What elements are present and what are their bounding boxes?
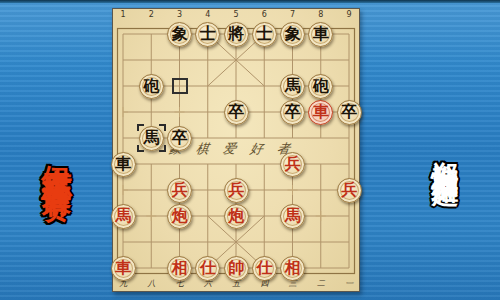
file-number-label: 7	[279, 10, 307, 19]
cell-r5-c3[interactable]	[166, 151, 194, 177]
red-piece-馬[interactable]: 馬	[111, 204, 136, 229]
cell-r7-c2[interactable]	[137, 203, 165, 229]
cell-r3-c8[interactable]: 車	[307, 99, 335, 125]
cell-r8-c3[interactable]	[166, 229, 194, 255]
cell-r5-c4[interactable]	[194, 151, 222, 177]
cell-r4-c8[interactable]	[307, 125, 335, 151]
last-move-from-marker	[172, 78, 188, 94]
piece-grid: 象士將士象車砲馬砲卒卒車卒馬卒車兵兵兵兵馬炮炮馬車相仕帥仕相	[109, 21, 363, 281]
red-piece-炮[interactable]: 炮	[224, 204, 249, 229]
cell-r0-c7[interactable]: 象	[279, 21, 307, 47]
cell-r9-c4[interactable]: 仕	[194, 255, 222, 281]
black-piece-車[interactable]: 車	[111, 152, 136, 177]
cell-r8-c4[interactable]	[194, 229, 222, 255]
right-banner: 郑惟桐对郝继超	[390, 0, 500, 300]
cell-r8-c9[interactable]	[335, 229, 363, 255]
cell-r6-c2[interactable]	[137, 177, 165, 203]
cell-r1-c8[interactable]	[307, 47, 335, 73]
file-number-label: 8	[307, 10, 335, 19]
cell-r5-c8[interactable]	[307, 151, 335, 177]
cell-r7-c6[interactable]	[250, 203, 278, 229]
cell-r9-c8[interactable]	[307, 255, 335, 281]
cell-r0-c8[interactable]: 車	[307, 21, 335, 47]
file-number-label: 9	[335, 10, 363, 19]
cell-r9-c5[interactable]: 帥	[222, 255, 250, 281]
cell-r1-c4[interactable]	[194, 47, 222, 73]
cell-r1-c6[interactable]	[250, 47, 278, 73]
cell-r0-c4[interactable]: 士	[194, 21, 222, 47]
cell-r4-c6[interactable]	[250, 125, 278, 151]
cell-r3-c7[interactable]: 卒	[279, 99, 307, 125]
cell-r3-c3[interactable]	[166, 99, 194, 125]
cell-r5-c9[interactable]	[335, 151, 363, 177]
cell-r4-c4[interactable]	[194, 125, 222, 151]
cell-r3-c4[interactable]	[194, 99, 222, 125]
xiangqi-board: 123456789 九八七六五四三二一 象棋爱好者 象士將士象車砲馬砲卒卒車卒馬…	[112, 8, 360, 292]
cell-r0-c9[interactable]	[335, 21, 363, 47]
red-piece-兵[interactable]: 兵	[337, 178, 362, 203]
cell-r1-c9[interactable]	[335, 47, 363, 73]
cell-r7-c1[interactable]: 馬	[109, 203, 137, 229]
cell-r9-c3[interactable]: 相	[166, 255, 194, 281]
black-piece-卒[interactable]: 卒	[224, 100, 249, 125]
black-piece-士[interactable]: 士	[252, 22, 277, 47]
black-piece-砲[interactable]: 砲	[139, 74, 164, 99]
red-piece-相[interactable]: 相	[167, 256, 192, 281]
cell-r8-c1[interactable]	[109, 229, 137, 255]
cell-r8-c6[interactable]	[250, 229, 278, 255]
cell-r6-c4[interactable]	[194, 177, 222, 203]
red-piece-相[interactable]: 相	[280, 256, 305, 281]
black-piece-士[interactable]: 士	[195, 22, 220, 47]
cell-r8-c7[interactable]	[279, 229, 307, 255]
cell-r9-c6[interactable]: 仕	[250, 255, 278, 281]
cell-r3-c6[interactable]	[250, 99, 278, 125]
cell-r7-c4[interactable]	[194, 203, 222, 229]
cell-r0-c5[interactable]: 將	[222, 21, 250, 47]
cell-r5-c7[interactable]: 兵	[279, 151, 307, 177]
black-piece-卒[interactable]: 卒	[337, 100, 362, 125]
cell-r6-c7[interactable]	[279, 177, 307, 203]
cell-r2-c7[interactable]: 馬	[279, 73, 307, 99]
cell-r9-c2[interactable]	[137, 255, 165, 281]
black-piece-卒[interactable]: 卒	[167, 126, 192, 151]
cell-r1-c7[interactable]	[279, 47, 307, 73]
cell-r1-c5[interactable]	[222, 47, 250, 73]
cell-r7-c3[interactable]: 炮	[166, 203, 194, 229]
cell-r2-c6[interactable]	[250, 73, 278, 99]
cell-r0-c3[interactable]: 象	[166, 21, 194, 47]
cell-r2-c5[interactable]	[222, 73, 250, 99]
cell-r9-c9[interactable]	[335, 255, 363, 281]
cell-r7-c7[interactable]: 馬	[279, 203, 307, 229]
file-number-label: 5	[222, 10, 250, 19]
cell-r2-c1[interactable]	[109, 73, 137, 99]
red-piece-炮[interactable]: 炮	[167, 204, 192, 229]
cell-r5-c6[interactable]	[250, 151, 278, 177]
cell-r7-c9[interactable]	[335, 203, 363, 229]
red-piece-兵[interactable]: 兵	[167, 178, 192, 203]
cell-r8-c2[interactable]	[137, 229, 165, 255]
cell-r2-c2[interactable]: 砲	[137, 73, 165, 99]
cell-r6-c9[interactable]: 兵	[335, 177, 363, 203]
red-piece-車[interactable]: 車	[111, 256, 136, 281]
cell-r9-c7[interactable]: 相	[279, 255, 307, 281]
cell-r5-c1[interactable]: 車	[109, 151, 137, 177]
file-number-label: 1	[109, 10, 137, 19]
black-piece-將[interactable]: 將	[224, 22, 249, 47]
black-piece-象[interactable]: 象	[280, 22, 305, 47]
cell-r5-c2[interactable]	[137, 151, 165, 177]
cell-r2-c3[interactable]	[166, 73, 194, 99]
black-piece-馬[interactable]: 馬	[139, 126, 164, 151]
cell-r4-c5[interactable]	[222, 125, 250, 151]
black-piece-卒[interactable]: 卒	[280, 100, 305, 125]
cell-r4-c2[interactable]: 馬	[137, 125, 165, 151]
cell-r4-c3[interactable]: 卒	[166, 125, 194, 151]
cell-r6-c8[interactable]	[307, 177, 335, 203]
cell-r6-c3[interactable]: 兵	[166, 177, 194, 203]
cell-r6-c5[interactable]: 兵	[222, 177, 250, 203]
cell-r8-c8[interactable]	[307, 229, 335, 255]
cell-r0-c6[interactable]: 士	[250, 21, 278, 47]
red-piece-仕[interactable]: 仕	[195, 256, 220, 281]
red-piece-兵[interactable]: 兵	[224, 178, 249, 203]
black-piece-象[interactable]: 象	[167, 22, 192, 47]
app-window: 伊泰杯邀请赛 123456789 九八七六五四三二一 象棋爱好者 象士將士象車砲…	[0, 0, 500, 300]
cell-r4-c7[interactable]	[279, 125, 307, 151]
red-piece-馬[interactable]: 馬	[280, 204, 305, 229]
file-number-label: 3	[166, 10, 194, 19]
cell-r6-c6[interactable]	[250, 177, 278, 203]
cell-r4-c9[interactable]	[335, 125, 363, 151]
cell-r7-c5[interactable]: 炮	[222, 203, 250, 229]
cell-r2-c8[interactable]: 砲	[307, 73, 335, 99]
cell-r2-c9[interactable]	[335, 73, 363, 99]
black-piece-砲[interactable]: 砲	[308, 74, 333, 99]
cell-r8-c5[interactable]	[222, 229, 250, 255]
cell-r1-c1[interactable]	[109, 47, 137, 73]
tournament-title: 伊泰杯邀请赛	[36, 141, 77, 171]
cell-r0-c1[interactable]	[109, 21, 137, 47]
black-piece-車[interactable]: 車	[308, 22, 333, 47]
cell-r3-c5[interactable]: 卒	[222, 99, 250, 125]
cell-r9-c1[interactable]: 車	[109, 255, 137, 281]
players-title: 郑惟桐对郝继超	[427, 140, 463, 161]
cell-r3-c2[interactable]	[137, 99, 165, 125]
red-piece-車[interactable]: 車	[308, 100, 333, 125]
file-number-label: 4	[194, 10, 222, 19]
cell-r0-c2[interactable]	[137, 21, 165, 47]
black-piece-馬[interactable]: 馬	[280, 74, 305, 99]
cell-r1-c3[interactable]	[166, 47, 194, 73]
cell-r5-c5[interactable]	[222, 151, 250, 177]
top-coordinate-labels: 123456789	[109, 10, 363, 19]
cell-r4-c1[interactable]	[109, 125, 137, 151]
cell-r7-c8[interactable]	[307, 203, 335, 229]
cell-r1-c2[interactable]	[137, 47, 165, 73]
file-number-label: 6	[250, 10, 278, 19]
cell-r3-c1[interactable]	[109, 99, 137, 125]
red-piece-帥[interactable]: 帥	[224, 256, 249, 281]
cell-r3-c9[interactable]: 卒	[335, 99, 363, 125]
red-piece-仕[interactable]: 仕	[252, 256, 277, 281]
cell-r2-c4[interactable]	[194, 73, 222, 99]
left-banner: 伊泰杯邀请赛	[0, 0, 112, 300]
cell-r6-c1[interactable]	[109, 177, 137, 203]
file-number-label: 2	[137, 10, 165, 19]
red-piece-兵[interactable]: 兵	[280, 152, 305, 177]
